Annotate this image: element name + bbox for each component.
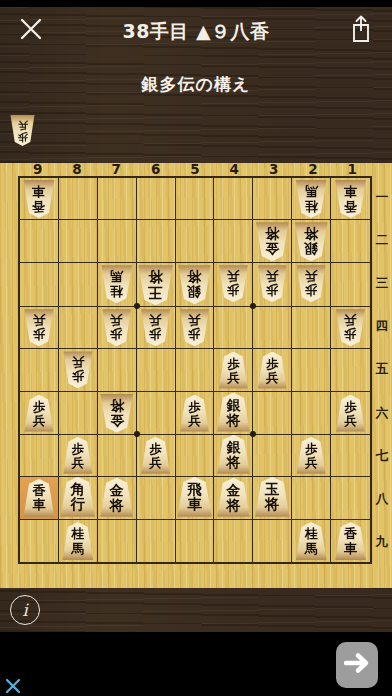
piece-black-knight: 桂馬 bbox=[295, 522, 327, 560]
square-7-7 bbox=[98, 435, 137, 477]
square-5-5 bbox=[176, 349, 215, 391]
rank-label-9: 九 bbox=[372, 521, 392, 564]
piece-black-rook: 飛車 bbox=[176, 477, 212, 517]
square-9-2 bbox=[20, 220, 59, 263]
square-3-4 bbox=[253, 307, 292, 349]
square-7-5 bbox=[98, 349, 137, 391]
piece-black-pawn: 歩兵 bbox=[296, 437, 326, 474]
piece-white-silver: 銀将 bbox=[294, 222, 328, 261]
app-screen: 38手目 ▲９八香 銀多伝の構え 歩兵 987654321 一二三四五六七八九 … bbox=[0, 0, 392, 696]
square-1-5 bbox=[331, 349, 370, 391]
square-3-3: 歩兵 bbox=[253, 263, 292, 307]
piece-white-pawn: 歩兵 bbox=[10, 115, 35, 146]
square-5-9 bbox=[176, 520, 215, 562]
piece-black-knight: 桂馬 bbox=[62, 522, 94, 560]
square-6-4: 歩兵 bbox=[137, 307, 176, 349]
square-5-2 bbox=[176, 220, 215, 263]
square-6-1 bbox=[137, 178, 176, 220]
square-8-4 bbox=[59, 307, 98, 349]
piece-black-pawn: 歩兵 bbox=[179, 395, 209, 432]
square-8-1 bbox=[59, 178, 98, 220]
square-1-6: 歩兵 bbox=[331, 392, 370, 435]
lesson-band: 銀多伝の構え 歩兵 bbox=[0, 55, 392, 163]
share-button[interactable] bbox=[344, 14, 378, 48]
square-5-7 bbox=[176, 435, 215, 477]
status-bar bbox=[0, 0, 392, 7]
square-5-3: 銀将 bbox=[176, 263, 215, 307]
square-9-6: 歩兵 bbox=[20, 392, 59, 435]
file-label-1: 1 bbox=[333, 162, 372, 176]
info-icon: i bbox=[22, 600, 27, 620]
rank-label-5: 五 bbox=[372, 348, 392, 391]
square-9-8: 香車 bbox=[20, 477, 59, 520]
square-4-9 bbox=[214, 520, 253, 562]
square-2-7: 歩兵 bbox=[292, 435, 331, 477]
star-point bbox=[250, 431, 256, 437]
piece-white-gold: 金将 bbox=[100, 394, 134, 433]
file-label-2: 2 bbox=[293, 162, 332, 176]
rank-label-8: 八 bbox=[372, 478, 392, 521]
square-2-1: 桂馬 bbox=[292, 178, 331, 220]
square-4-5: 歩兵 bbox=[214, 349, 253, 391]
ad-close-button[interactable] bbox=[5, 678, 21, 694]
piece-black-pawn: 歩兵 bbox=[63, 437, 93, 474]
star-point bbox=[134, 303, 140, 309]
square-5-4: 歩兵 bbox=[176, 307, 215, 349]
board-grid: 香車桂馬香車金将銀将桂馬王将銀将歩兵歩兵歩兵歩兵歩兵歩兵歩兵歩兵歩兵歩兵歩兵歩兵… bbox=[18, 176, 372, 564]
piece-white-king: 王将 bbox=[138, 265, 174, 305]
square-7-1 bbox=[98, 178, 137, 220]
square-9-3 bbox=[20, 263, 59, 307]
square-2-5 bbox=[292, 349, 331, 391]
square-9-7 bbox=[20, 435, 59, 477]
square-8-7: 歩兵 bbox=[59, 435, 98, 477]
piece-white-pawn: 歩兵 bbox=[63, 351, 93, 388]
square-4-8: 金将 bbox=[214, 477, 253, 520]
piece-white-knight: 桂馬 bbox=[101, 265, 133, 303]
piece-black-pawn: 歩兵 bbox=[257, 352, 287, 389]
square-6-9 bbox=[137, 520, 176, 562]
square-4-7: 銀将 bbox=[214, 435, 253, 477]
rank-label-6: 六 bbox=[372, 392, 392, 435]
piece-black-silver: 銀将 bbox=[216, 435, 250, 474]
square-6-8 bbox=[137, 477, 176, 520]
piece-white-pawn: 歩兵 bbox=[336, 309, 366, 346]
square-4-2 bbox=[214, 220, 253, 263]
square-5-8: 飛車 bbox=[176, 477, 215, 520]
square-1-8 bbox=[331, 477, 370, 520]
arrow-right-icon bbox=[344, 652, 370, 678]
piece-white-lance: 香車 bbox=[335, 180, 367, 218]
square-5-6: 歩兵 bbox=[176, 392, 215, 435]
piece-black-pawn: 歩兵 bbox=[24, 395, 54, 432]
piece-white-pawn: 歩兵 bbox=[102, 309, 132, 346]
square-3-9 bbox=[253, 520, 292, 562]
rank-labels: 一二三四五六七八九 bbox=[372, 176, 392, 564]
nav-bar bbox=[0, 7, 392, 55]
square-4-6: 銀将 bbox=[214, 392, 253, 435]
square-8-8: 角行 bbox=[59, 477, 98, 520]
rank-label-7: 七 bbox=[372, 435, 392, 478]
piece-black-lance: 香車 bbox=[23, 479, 55, 517]
square-1-2 bbox=[331, 220, 370, 263]
square-2-4 bbox=[292, 307, 331, 349]
rank-label-1: 一 bbox=[372, 176, 392, 219]
rank-label-4: 四 bbox=[372, 305, 392, 348]
square-9-4: 歩兵 bbox=[20, 307, 59, 349]
square-1-9: 香車 bbox=[331, 520, 370, 562]
square-6-2 bbox=[137, 220, 176, 263]
square-2-2: 銀将 bbox=[292, 220, 331, 263]
square-8-2 bbox=[59, 220, 98, 263]
white-hand-tray: 歩兵 bbox=[10, 113, 35, 147]
square-4-1 bbox=[214, 178, 253, 220]
piece-black-lance: 香車 bbox=[335, 522, 367, 560]
square-7-4: 歩兵 bbox=[98, 307, 137, 349]
square-9-1: 香車 bbox=[20, 178, 59, 220]
square-4-3: 歩兵 bbox=[214, 263, 253, 307]
square-6-7: 歩兵 bbox=[137, 435, 176, 477]
close-icon bbox=[19, 17, 43, 45]
file-label-7: 7 bbox=[97, 162, 136, 176]
ad-close-icon bbox=[5, 679, 21, 696]
board-area: 987654321 一二三四五六七八九 香車桂馬香車金将銀将桂馬王将銀将歩兵歩兵… bbox=[0, 163, 392, 588]
piece-white-pawn: 歩兵 bbox=[179, 309, 209, 346]
square-1-7 bbox=[331, 435, 370, 477]
square-3-7 bbox=[253, 435, 292, 477]
file-label-4: 4 bbox=[215, 162, 254, 176]
square-1-1: 香車 bbox=[331, 178, 370, 220]
next-move-button[interactable] bbox=[336, 642, 378, 688]
square-6-6 bbox=[137, 392, 176, 435]
square-7-3: 桂馬 bbox=[98, 263, 137, 307]
square-2-9: 桂馬 bbox=[292, 520, 331, 562]
square-8-3 bbox=[59, 263, 98, 307]
square-6-5 bbox=[137, 349, 176, 391]
piece-black-gold: 金将 bbox=[216, 478, 250, 517]
file-labels: 987654321 bbox=[18, 162, 372, 176]
square-4-4 bbox=[214, 307, 253, 349]
square-7-9 bbox=[98, 520, 137, 562]
rank-label-2: 二 bbox=[372, 219, 392, 262]
square-3-5: 歩兵 bbox=[253, 349, 292, 391]
piece-white-pawn: 歩兵 bbox=[24, 309, 54, 346]
square-1-3 bbox=[331, 263, 370, 307]
square-1-4: 歩兵 bbox=[331, 307, 370, 349]
piece-black-pawn: 歩兵 bbox=[218, 352, 248, 389]
square-5-1 bbox=[176, 178, 215, 220]
file-label-6: 6 bbox=[136, 162, 175, 176]
info-button[interactable]: i bbox=[10, 595, 40, 625]
piece-white-lance: 香車 bbox=[23, 180, 55, 218]
square-8-5: 歩兵 bbox=[59, 349, 98, 391]
square-3-6 bbox=[253, 392, 292, 435]
file-label-9: 9 bbox=[18, 162, 57, 176]
square-2-3: 歩兵 bbox=[292, 263, 331, 307]
square-6-3: 王将 bbox=[137, 263, 176, 307]
piece-black-pawn: 歩兵 bbox=[336, 395, 366, 432]
ad-footer bbox=[0, 632, 392, 696]
file-label-5: 5 bbox=[175, 162, 214, 176]
square-3-2: 金将 bbox=[253, 220, 292, 263]
piece-white-knight: 桂馬 bbox=[295, 180, 327, 218]
piece-white-silver: 銀将 bbox=[177, 265, 211, 304]
file-label-8: 8 bbox=[57, 162, 96, 176]
piece-black-king: 玉将 bbox=[254, 477, 290, 517]
square-2-8 bbox=[292, 477, 331, 520]
square-9-5 bbox=[20, 349, 59, 391]
square-7-8: 金将 bbox=[98, 477, 137, 520]
piece-white-gold: 金将 bbox=[255, 222, 289, 261]
square-3-1 bbox=[253, 178, 292, 220]
piece-black-silver: 銀将 bbox=[216, 393, 250, 432]
piece-black-bishop: 角行 bbox=[60, 477, 96, 517]
lesson-title: 銀多伝の構え bbox=[0, 55, 392, 96]
star-point bbox=[250, 303, 256, 309]
piece-white-pawn: 歩兵 bbox=[141, 309, 171, 346]
piece-black-pawn: 歩兵 bbox=[141, 437, 171, 474]
close-button[interactable] bbox=[14, 14, 48, 48]
square-8-6 bbox=[59, 392, 98, 435]
file-label-3: 3 bbox=[254, 162, 293, 176]
piece-white-pawn: 歩兵 bbox=[257, 265, 287, 302]
square-7-2 bbox=[98, 220, 137, 263]
piece-black-gold: 金将 bbox=[100, 478, 134, 517]
star-point bbox=[134, 431, 140, 437]
piece-white-pawn: 歩兵 bbox=[218, 265, 248, 302]
square-7-6: 金将 bbox=[98, 392, 137, 435]
square-8-9: 桂馬 bbox=[59, 520, 98, 562]
info-bar: i bbox=[0, 588, 392, 632]
square-3-8: 玉将 bbox=[253, 477, 292, 520]
share-icon bbox=[348, 14, 374, 48]
square-2-6 bbox=[292, 392, 331, 435]
rank-label-3: 三 bbox=[372, 262, 392, 305]
piece-white-pawn: 歩兵 bbox=[296, 265, 326, 302]
square-9-9 bbox=[20, 520, 59, 562]
